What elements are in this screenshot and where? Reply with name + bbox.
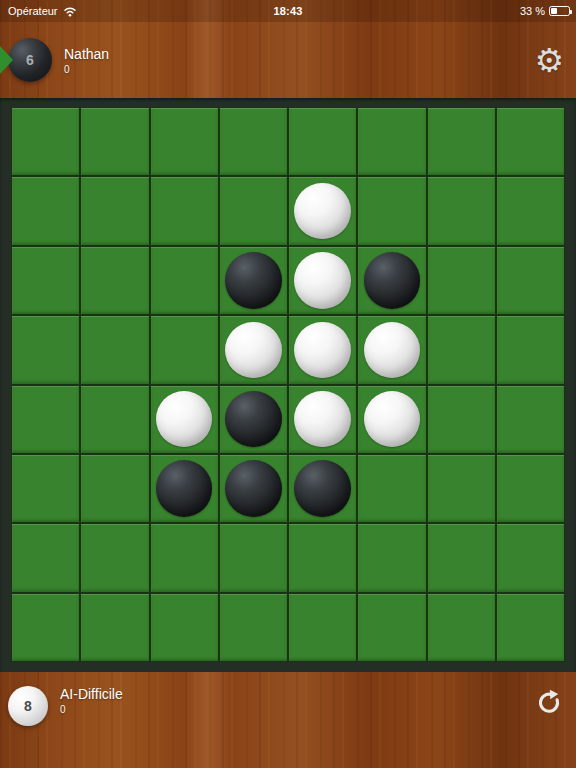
- bottom-player-bar: 8 AI-Difficile 0: [0, 672, 576, 768]
- board-cell-a7[interactable]: [12, 524, 79, 591]
- board-cell-c7[interactable]: [151, 524, 218, 591]
- board-cell-d6[interactable]: [220, 455, 287, 522]
- white-disc: [294, 252, 350, 309]
- board-cell-e5[interactable]: [289, 386, 356, 453]
- board-cell-g6[interactable]: [428, 455, 495, 522]
- board-cell-b3[interactable]: [81, 247, 148, 314]
- black-disc: [156, 460, 212, 517]
- battery-icon: [549, 6, 570, 16]
- board-cell-h5[interactable]: [497, 386, 564, 453]
- board-cell-f1[interactable]: [358, 108, 425, 175]
- board-cell-h4[interactable]: [497, 316, 564, 383]
- board-cell-d7[interactable]: [220, 524, 287, 591]
- carrier-label: Opérateur: [8, 5, 58, 17]
- settings-gear-icon[interactable]: ⚙: [534, 44, 564, 77]
- white-disc: [294, 391, 350, 448]
- board-cell-c1[interactable]: [151, 108, 218, 175]
- carrier-area: Opérateur: [8, 5, 77, 17]
- board-cell-f6[interactable]: [358, 455, 425, 522]
- black-disc: [225, 252, 281, 309]
- top-player-bar: 6 Nathan 0 ⚙: [0, 22, 576, 98]
- board-cell-g1[interactable]: [428, 108, 495, 175]
- white-disc: [294, 322, 350, 379]
- board-cell-b7[interactable]: [81, 524, 148, 591]
- board-cell-d4[interactable]: [220, 316, 287, 383]
- board-cell-f5[interactable]: [358, 386, 425, 453]
- board-cell-e1[interactable]: [289, 108, 356, 175]
- board-cell-b6[interactable]: [81, 455, 148, 522]
- restart-refresh-icon[interactable]: [535, 688, 562, 721]
- top-player-meta: Nathan 0: [64, 46, 109, 75]
- board-cell-b4[interactable]: [81, 316, 148, 383]
- board-cell-f4[interactable]: [358, 316, 425, 383]
- battery-percent-label: 33 %: [520, 5, 545, 17]
- board-cell-g4[interactable]: [428, 316, 495, 383]
- board-cell-e3[interactable]: [289, 247, 356, 314]
- board-cell-h7[interactable]: [497, 524, 564, 591]
- black-disc-count: 6: [26, 52, 34, 68]
- black-disc: [225, 460, 281, 517]
- board-grid: [11, 107, 565, 662]
- board-cell-a3[interactable]: [12, 247, 79, 314]
- board-cell-b2[interactable]: [81, 177, 148, 244]
- board-cell-g7[interactable]: [428, 524, 495, 591]
- board-cell-f2[interactable]: [358, 177, 425, 244]
- board-cell-b5[interactable]: [81, 386, 148, 453]
- bottom-player-meta: AI-Difficile 0: [60, 686, 123, 715]
- top-player-name: Nathan: [64, 46, 109, 62]
- black-disc: [294, 460, 350, 517]
- white-disc: [294, 183, 350, 240]
- turn-indicator-icon: [0, 46, 13, 74]
- clock-label: 18:43: [0, 5, 576, 17]
- board-cell-c8[interactable]: [151, 594, 218, 661]
- board-cell-h2[interactable]: [497, 177, 564, 244]
- black-disc: [225, 391, 281, 448]
- board-cell-g2[interactable]: [428, 177, 495, 244]
- white-disc: [364, 391, 420, 448]
- battery-nub: [570, 10, 572, 14]
- board-cell-h1[interactable]: [497, 108, 564, 175]
- battery-fill: [551, 8, 557, 14]
- black-disc: [364, 252, 420, 309]
- board-cell-f3[interactable]: [358, 247, 425, 314]
- board-cell-e4[interactable]: [289, 316, 356, 383]
- board-cell-h3[interactable]: [497, 247, 564, 314]
- board-cell-c4[interactable]: [151, 316, 218, 383]
- board-cell-c2[interactable]: [151, 177, 218, 244]
- board-cell-a5[interactable]: [12, 386, 79, 453]
- white-disc: [364, 322, 420, 379]
- board-cell-d2[interactable]: [220, 177, 287, 244]
- board-cell-b8[interactable]: [81, 594, 148, 661]
- board-cell-h8[interactable]: [497, 594, 564, 661]
- board-cell-a4[interactable]: [12, 316, 79, 383]
- board-cell-c6[interactable]: [151, 455, 218, 522]
- board-cell-a8[interactable]: [12, 594, 79, 661]
- white-score-disc: 8: [8, 686, 48, 726]
- board-cell-b1[interactable]: [81, 108, 148, 175]
- board-cell-a6[interactable]: [12, 455, 79, 522]
- wifi-icon: [63, 6, 77, 17]
- bottom-player-name: AI-Difficile: [60, 686, 123, 702]
- board-cell-e2[interactable]: [289, 177, 356, 244]
- board-cell-f8[interactable]: [358, 594, 425, 661]
- board-frame: [0, 98, 576, 672]
- board-cell-g5[interactable]: [428, 386, 495, 453]
- board-cell-d8[interactable]: [220, 594, 287, 661]
- top-player-subscore: 0: [64, 64, 109, 75]
- battery-area: 33 %: [520, 5, 570, 17]
- board-cell-e8[interactable]: [289, 594, 356, 661]
- board-cell-d3[interactable]: [220, 247, 287, 314]
- board-cell-f7[interactable]: [358, 524, 425, 591]
- board-cell-h6[interactable]: [497, 455, 564, 522]
- bottom-player-subscore: 0: [60, 704, 123, 715]
- white-disc: [156, 391, 212, 448]
- board-cell-e7[interactable]: [289, 524, 356, 591]
- status-bar: Opérateur 18:43 33 %: [0, 0, 576, 22]
- board-cell-c3[interactable]: [151, 247, 218, 314]
- board-cell-g8[interactable]: [428, 594, 495, 661]
- white-disc: [225, 322, 281, 379]
- board-cell-c5[interactable]: [151, 386, 218, 453]
- board-cell-e6[interactable]: [289, 455, 356, 522]
- board-cell-d5[interactable]: [220, 386, 287, 453]
- white-disc-count: 8: [24, 698, 32, 714]
- board-cell-d1[interactable]: [220, 108, 287, 175]
- board-cell-g3[interactable]: [428, 247, 495, 314]
- board-cell-a1[interactable]: [12, 108, 79, 175]
- board-cell-a2[interactable]: [12, 177, 79, 244]
- black-score-disc: 6: [8, 38, 52, 82]
